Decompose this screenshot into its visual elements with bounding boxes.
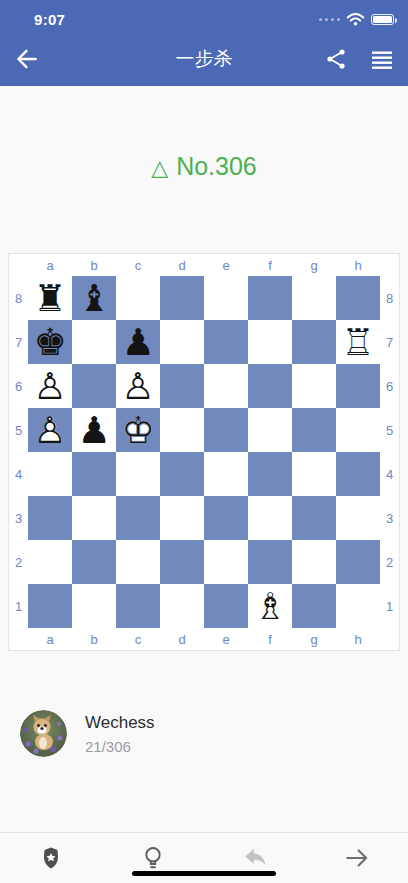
file-label-a: a (28, 254, 72, 276)
square-h2[interactable] (336, 540, 380, 584)
triangle-marker-icon: △ (151, 155, 168, 180)
square-f8[interactable] (248, 276, 292, 320)
lightbulb-icon (140, 845, 166, 871)
square-c1[interactable] (116, 584, 160, 628)
piece-white-pawn: ♟♙ (28, 408, 72, 452)
square-c4[interactable] (116, 452, 160, 496)
chess-board-card: abcdefgh 87654321 ♜♝♚♟♜♖♟♙♟♙♟♙♟♚♔♝♗ 8765… (8, 253, 400, 651)
rank-label-7: 7 (9, 320, 28, 364)
square-f1[interactable]: ♝♗ (248, 584, 292, 628)
square-b6[interactable] (72, 364, 116, 408)
file-label-d: d (160, 628, 204, 650)
square-a8[interactable]: ♜ (28, 276, 72, 320)
square-e8[interactable] (204, 276, 248, 320)
square-c7[interactable]: ♟ (116, 320, 160, 364)
square-e4[interactable] (204, 452, 248, 496)
square-h1[interactable] (336, 584, 380, 628)
square-c5[interactable]: ♚♔ (116, 408, 160, 452)
square-a3[interactable] (28, 496, 72, 540)
arrow-right-icon (344, 845, 370, 871)
square-c2[interactable] (116, 540, 160, 584)
square-a2[interactable] (28, 540, 72, 584)
square-h5[interactable] (336, 408, 380, 452)
square-d5[interactable] (160, 408, 204, 452)
piece-black-pawn: ♟ (72, 408, 116, 452)
avatar[interactable] (20, 710, 67, 757)
file-label-f: f (248, 254, 292, 276)
rank-label-3: 3 (9, 496, 28, 540)
file-label-d: d (160, 254, 204, 276)
piece-white-rook: ♜♖ (336, 320, 380, 364)
rank-label-5: 5 (380, 408, 399, 452)
square-g8[interactable] (292, 276, 336, 320)
square-b5[interactable]: ♟ (72, 408, 116, 452)
rank-labels-left: 87654321 (9, 276, 28, 628)
square-e1[interactable] (204, 584, 248, 628)
square-g5[interactable] (292, 408, 336, 452)
square-h7[interactable]: ♜♖ (336, 320, 380, 364)
square-f6[interactable] (248, 364, 292, 408)
square-b1[interactable] (72, 584, 116, 628)
square-d6[interactable] (160, 364, 204, 408)
home-indicator[interactable] (132, 871, 276, 876)
rank-label-2: 2 (380, 540, 399, 584)
square-e6[interactable] (204, 364, 248, 408)
file-label-b: b (72, 628, 116, 650)
badge-star-icon (39, 846, 63, 870)
square-c6[interactable]: ♟♙ (116, 364, 160, 408)
rank-label-1: 1 (380, 584, 399, 628)
file-label-e: e (204, 628, 248, 650)
piece-black-bishop: ♝ (72, 276, 116, 320)
battery-icon (371, 14, 394, 25)
square-f4[interactable] (248, 452, 292, 496)
square-a1[interactable] (28, 584, 72, 628)
piece-black-king: ♚ (28, 320, 72, 364)
rank-label-3: 3 (380, 496, 399, 540)
square-e2[interactable] (204, 540, 248, 584)
square-c8[interactable] (116, 276, 160, 320)
status-bar: 9:07 (0, 0, 408, 32)
square-b2[interactable] (72, 540, 116, 584)
wifi-icon (346, 12, 365, 26)
share-icon[interactable] (324, 47, 348, 71)
next-button[interactable] (306, 833, 408, 883)
piece-white-bishop: ♝♗ (248, 584, 292, 628)
cellular-signal-icon (319, 18, 340, 21)
piece-white-pawn: ♟♙ (28, 364, 72, 408)
square-d8[interactable] (160, 276, 204, 320)
board-grid: ♜♝♚♟♜♖♟♙♟♙♟♙♟♚♔♝♗ (28, 276, 380, 628)
square-f3[interactable] (248, 496, 292, 540)
square-b4[interactable] (72, 452, 116, 496)
square-e5[interactable] (204, 408, 248, 452)
puzzle-number: △No.306 (0, 152, 408, 181)
piece-black-rook: ♜ (28, 276, 72, 320)
file-label-b: b (72, 254, 116, 276)
square-f7[interactable] (248, 320, 292, 364)
square-a4[interactable] (28, 452, 72, 496)
file-label-h: h (336, 254, 380, 276)
square-a5[interactable]: ♟♙ (28, 408, 72, 452)
file-label-g: g (292, 254, 336, 276)
rank-labels-right: 87654321 (380, 276, 399, 628)
file-label-h: h (336, 628, 380, 650)
square-d4[interactable] (160, 452, 204, 496)
user-row: Wechess 21/306 (20, 710, 155, 757)
square-g4[interactable] (292, 452, 336, 496)
square-h3[interactable] (336, 496, 380, 540)
undo-arrow-icon (242, 845, 268, 871)
rank-label-4: 4 (380, 452, 399, 496)
square-e3[interactable] (204, 496, 248, 540)
square-a6[interactable]: ♟♙ (28, 364, 72, 408)
file-labels-top: abcdefgh (28, 254, 380, 276)
clock: 9:07 (34, 11, 65, 28)
file-labels-bottom: abcdefgh (28, 628, 380, 650)
square-e7[interactable] (204, 320, 248, 364)
nav-header: 一步杀 (0, 32, 408, 86)
square-g7[interactable] (292, 320, 336, 364)
bookmark-button[interactable] (0, 833, 102, 883)
file-label-c: c (116, 628, 160, 650)
rank-label-6: 6 (380, 364, 399, 408)
app-screen: 9:07 一步杀 △No.306 (0, 0, 408, 883)
file-label-c: c (116, 254, 160, 276)
square-h4[interactable] (336, 452, 380, 496)
square-d2[interactable] (160, 540, 204, 584)
file-label-a: a (28, 628, 72, 650)
square-f5[interactable] (248, 408, 292, 452)
rank-label-2: 2 (9, 540, 28, 584)
square-h6[interactable] (336, 364, 380, 408)
square-a7[interactable]: ♚ (28, 320, 72, 364)
rank-label-8: 8 (9, 276, 28, 320)
square-g1[interactable] (292, 584, 336, 628)
square-b7[interactable] (72, 320, 116, 364)
square-f2[interactable] (248, 540, 292, 584)
square-b8[interactable]: ♝ (72, 276, 116, 320)
piece-white-pawn: ♟♙ (116, 364, 160, 408)
square-g6[interactable] (292, 364, 336, 408)
square-g3[interactable] (292, 496, 336, 540)
file-label-g: g (292, 628, 336, 650)
square-c3[interactable] (116, 496, 160, 540)
rank-label-8: 8 (380, 276, 399, 320)
rank-label-4: 4 (9, 452, 28, 496)
rank-label-6: 6 (9, 364, 28, 408)
square-d7[interactable] (160, 320, 204, 364)
square-d1[interactable] (160, 584, 204, 628)
piece-black-pawn: ♟ (116, 320, 160, 364)
menu-icon[interactable] (370, 47, 394, 71)
rank-label-5: 5 (9, 408, 28, 452)
puzzle-number-text: No.306 (176, 152, 257, 180)
file-label-f: f (248, 628, 292, 650)
rank-label-1: 1 (9, 584, 28, 628)
square-d3[interactable] (160, 496, 204, 540)
square-b3[interactable] (72, 496, 116, 540)
square-h8[interactable] (336, 276, 380, 320)
file-label-e: e (204, 254, 248, 276)
rank-label-7: 7 (380, 320, 399, 364)
user-progress: 21/306 (85, 738, 155, 755)
piece-white-king: ♚♔ (116, 408, 160, 452)
square-g2[interactable] (292, 540, 336, 584)
user-name: Wechess (85, 713, 155, 733)
